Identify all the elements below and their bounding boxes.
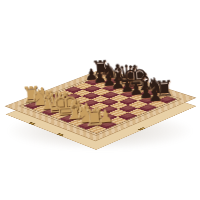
- photo-tilt: ♜♞♝♛♚♝♞♜♟♟♟♟♟♟♟♟♟♟♟♟♟♟♟♟♜♞♝♛♚♝♞♜: [0, 0, 200, 200]
- brass-clasp-icon: [138, 127, 146, 130]
- brass-hinge-icon: [28, 122, 36, 125]
- piece-black-rook: ♜: [84, 57, 118, 80]
- brass-hinge-icon: [56, 133, 64, 136]
- square-e6: [110, 95, 129, 102]
- square-h8: ♜: [157, 96, 176, 103]
- board-frame: ♜♞♝♛♚♝♞♜♟♟♟♟♟♟♟♟♟♟♟♟♟♟♟♟♜♞♝♛♚♝♞♜: [5, 68, 197, 141]
- product-photo: ♜♞♝♛♚♝♞♜♟♟♟♟♟♟♟♟♟♟♟♟♟♟♟♟♜♞♝♛♚♝♞♜: [0, 0, 200, 200]
- chess-board: ♜♞♝♛♚♝♞♜♟♟♟♟♟♟♟♟♟♟♟♟♟♟♟♟♜♞♝♛♚♝♞♜: [5, 68, 197, 141]
- square-h6: [138, 104, 157, 111]
